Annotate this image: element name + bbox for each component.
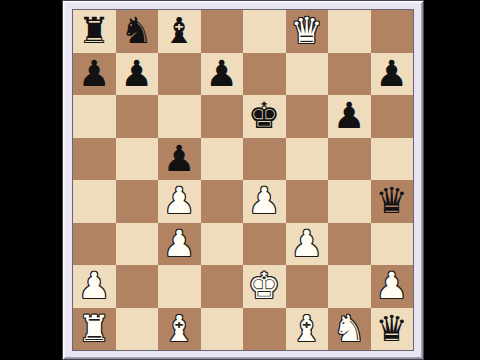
piece-white-pawn-e4[interactable]: ♟ bbox=[243, 180, 286, 223]
square-g7[interactable] bbox=[328, 53, 371, 96]
square-d3[interactable] bbox=[201, 223, 244, 266]
square-b1[interactable] bbox=[116, 308, 159, 351]
square-a8[interactable]: ♜ bbox=[73, 10, 116, 53]
piece-black-pawn-a7[interactable]: ♟ bbox=[73, 53, 116, 96]
piece-white-bishop-c1[interactable]: ♝ bbox=[158, 308, 201, 351]
square-f7[interactable] bbox=[286, 53, 329, 96]
square-f3[interactable]: ♟ bbox=[286, 223, 329, 266]
piece-white-pawn-c3[interactable]: ♟ bbox=[158, 223, 201, 266]
square-h3[interactable] bbox=[371, 223, 414, 266]
square-b8[interactable]: ♞ bbox=[116, 10, 159, 53]
square-e3[interactable] bbox=[243, 223, 286, 266]
piece-white-queen-f8[interactable]: ♛ bbox=[286, 10, 329, 53]
square-h6[interactable] bbox=[371, 95, 414, 138]
square-a4[interactable] bbox=[73, 180, 116, 223]
square-h2[interactable]: ♟ bbox=[371, 265, 414, 308]
square-e6[interactable]: ♚ bbox=[243, 95, 286, 138]
square-h5[interactable] bbox=[371, 138, 414, 181]
square-c5[interactable]: ♟ bbox=[158, 138, 201, 181]
piece-black-pawn-b7[interactable]: ♟ bbox=[116, 53, 159, 96]
piece-black-knight-b8[interactable]: ♞ bbox=[116, 10, 159, 53]
square-g3[interactable] bbox=[328, 223, 371, 266]
square-a3[interactable] bbox=[73, 223, 116, 266]
square-e5[interactable] bbox=[243, 138, 286, 181]
square-f1[interactable]: ♝ bbox=[286, 308, 329, 351]
chess-board: ♜♞♝♛♟♟♟♟♚♟♟♟♟♛♟♟♟♚♟♜♝♝♞♛ bbox=[72, 9, 414, 351]
piece-black-pawn-d7[interactable]: ♟ bbox=[201, 53, 244, 96]
board-frame: ♜♞♝♛♟♟♟♟♚♟♟♟♟♛♟♟♟♚♟♜♝♝♞♛ bbox=[62, 0, 424, 360]
piece-white-king-e2[interactable]: ♚ bbox=[243, 265, 286, 308]
square-f8[interactable]: ♛ bbox=[286, 10, 329, 53]
square-c6[interactable] bbox=[158, 95, 201, 138]
piece-white-bishop-f1[interactable]: ♝ bbox=[286, 308, 329, 351]
square-a6[interactable] bbox=[73, 95, 116, 138]
piece-white-pawn-a2[interactable]: ♟ bbox=[73, 265, 116, 308]
square-c7[interactable] bbox=[158, 53, 201, 96]
square-a7[interactable]: ♟ bbox=[73, 53, 116, 96]
square-h7[interactable]: ♟ bbox=[371, 53, 414, 96]
piece-white-pawn-h2[interactable]: ♟ bbox=[371, 265, 414, 308]
square-c2[interactable] bbox=[158, 265, 201, 308]
piece-black-king-e6[interactable]: ♚ bbox=[243, 95, 286, 138]
square-a1[interactable]: ♜ bbox=[73, 308, 116, 351]
square-b4[interactable] bbox=[116, 180, 159, 223]
square-e4[interactable]: ♟ bbox=[243, 180, 286, 223]
square-d5[interactable] bbox=[201, 138, 244, 181]
square-d7[interactable]: ♟ bbox=[201, 53, 244, 96]
square-b3[interactable] bbox=[116, 223, 159, 266]
square-e1[interactable] bbox=[243, 308, 286, 351]
square-d8[interactable] bbox=[201, 10, 244, 53]
square-a5[interactable] bbox=[73, 138, 116, 181]
square-g1[interactable]: ♞ bbox=[328, 308, 371, 351]
square-d4[interactable] bbox=[201, 180, 244, 223]
square-d6[interactable] bbox=[201, 95, 244, 138]
square-d1[interactable] bbox=[201, 308, 244, 351]
square-g4[interactable] bbox=[328, 180, 371, 223]
square-a2[interactable]: ♟ bbox=[73, 265, 116, 308]
square-g6[interactable]: ♟ bbox=[328, 95, 371, 138]
piece-black-rook-a8[interactable]: ♜ bbox=[73, 10, 116, 53]
square-b5[interactable] bbox=[116, 138, 159, 181]
square-f5[interactable] bbox=[286, 138, 329, 181]
square-f2[interactable] bbox=[286, 265, 329, 308]
square-e7[interactable] bbox=[243, 53, 286, 96]
square-c8[interactable]: ♝ bbox=[158, 10, 201, 53]
piece-white-pawn-f3[interactable]: ♟ bbox=[286, 223, 329, 266]
piece-black-pawn-c5[interactable]: ♟ bbox=[158, 138, 201, 181]
square-h8[interactable] bbox=[371, 10, 414, 53]
square-e8[interactable] bbox=[243, 10, 286, 53]
square-d2[interactable] bbox=[201, 265, 244, 308]
square-g8[interactable] bbox=[328, 10, 371, 53]
square-h1[interactable]: ♛ bbox=[371, 308, 414, 351]
square-f6[interactable] bbox=[286, 95, 329, 138]
square-e2[interactable]: ♚ bbox=[243, 265, 286, 308]
piece-white-rook-a1[interactable]: ♜ bbox=[73, 308, 116, 351]
screenshot-root: ♜♞♝♛♟♟♟♟♚♟♟♟♟♛♟♟♟♚♟♜♝♝♞♛ bbox=[0, 0, 480, 360]
square-b7[interactable]: ♟ bbox=[116, 53, 159, 96]
piece-white-pawn-c4[interactable]: ♟ bbox=[158, 180, 201, 223]
square-g2[interactable] bbox=[328, 265, 371, 308]
piece-black-pawn-g6[interactable]: ♟ bbox=[328, 95, 371, 138]
square-h4[interactable]: ♛ bbox=[371, 180, 414, 223]
piece-black-bishop-c8[interactable]: ♝ bbox=[158, 10, 201, 53]
square-b2[interactable] bbox=[116, 265, 159, 308]
piece-white-knight-g1[interactable]: ♞ bbox=[328, 308, 371, 351]
square-f4[interactable] bbox=[286, 180, 329, 223]
square-c3[interactable]: ♟ bbox=[158, 223, 201, 266]
square-c1[interactable]: ♝ bbox=[158, 308, 201, 351]
piece-black-queen-h1[interactable]: ♛ bbox=[371, 308, 414, 351]
square-c4[interactable]: ♟ bbox=[158, 180, 201, 223]
square-b6[interactable] bbox=[116, 95, 159, 138]
piece-black-queen-h4[interactable]: ♛ bbox=[371, 180, 414, 223]
piece-black-pawn-h7[interactable]: ♟ bbox=[371, 53, 414, 96]
square-g5[interactable] bbox=[328, 138, 371, 181]
